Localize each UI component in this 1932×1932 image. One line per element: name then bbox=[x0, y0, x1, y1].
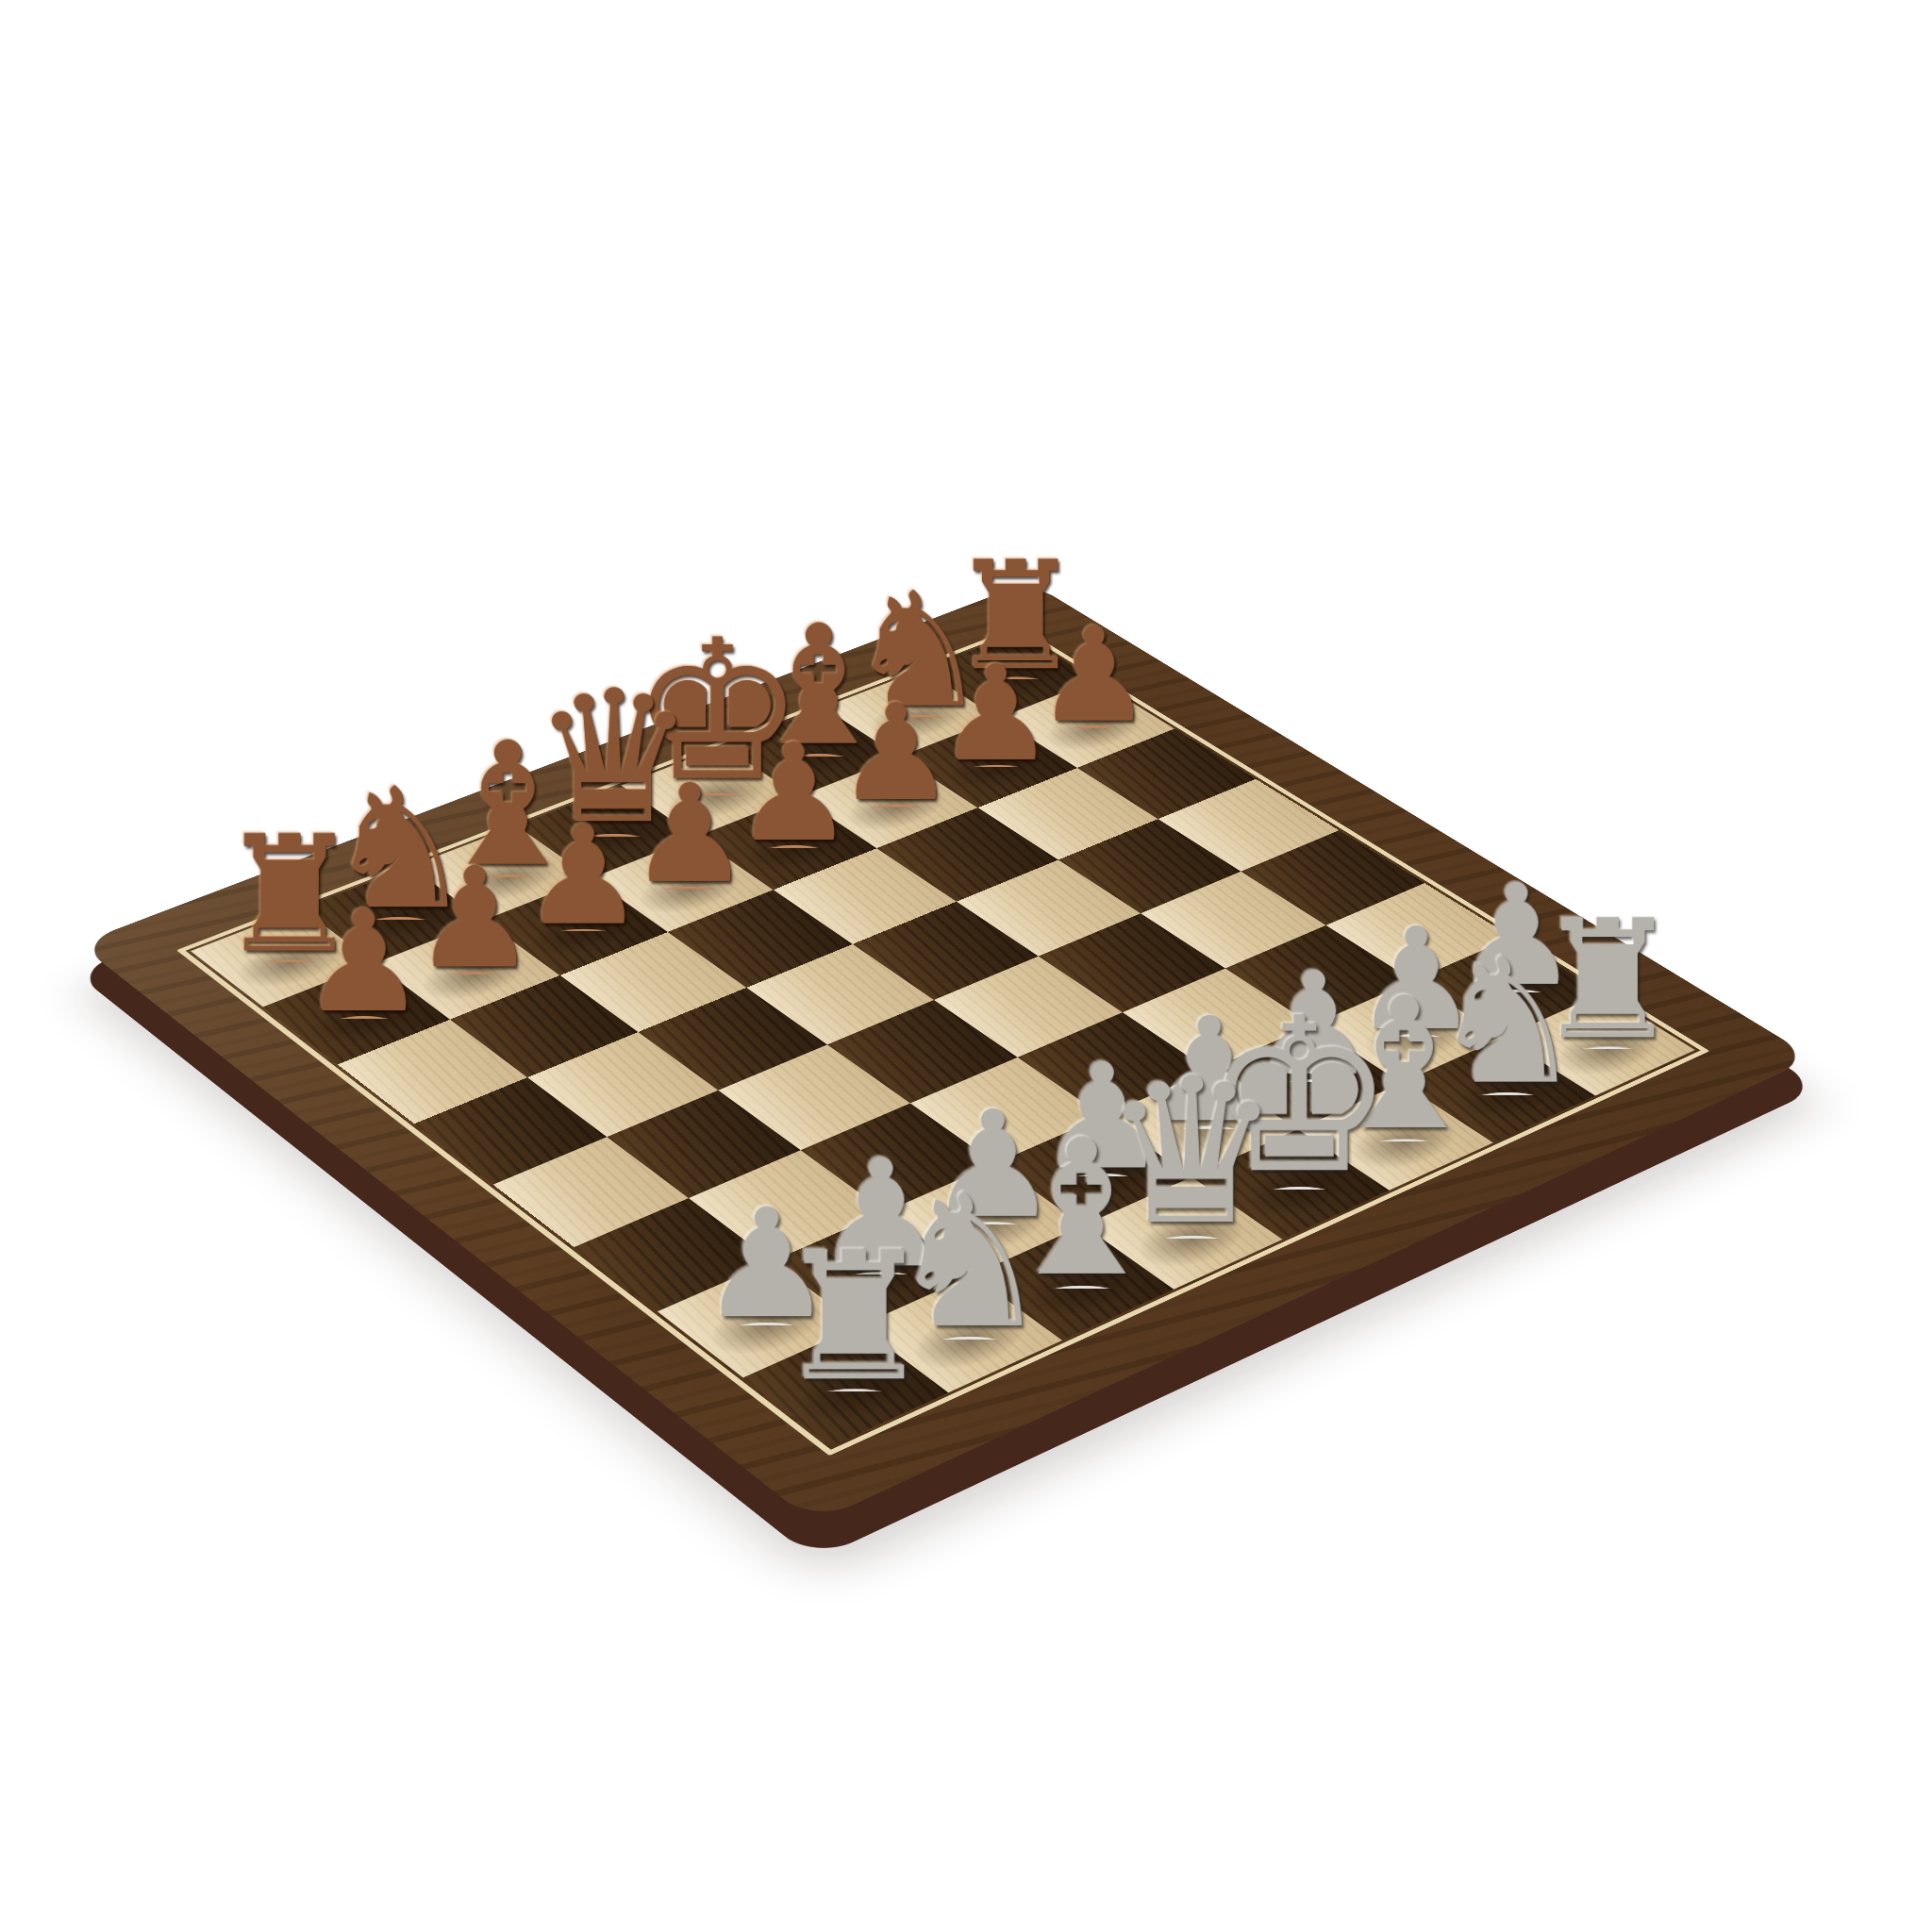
chess-scene: ♜♞♝♛♚♝♞♜♟♟♟♟♟♟♟♟♟♟♟♟♟♟♟♟♜♞♝♛♚♝♞♜ bbox=[0, 0, 1932, 1932]
square-a1[interactable]: ♜ bbox=[743, 1326, 948, 1446]
board-field: ♜♞♝♛♚♝♞♜♟♟♟♟♟♟♟♟♟♟♟♟♟♟♟♟♜♞♝♛♚♝♞♜ bbox=[191, 632, 1695, 1446]
product-photo: ♜♞♝♛♚♝♞♜♟♟♟♟♟♟♟♟♟♟♟♟♟♟♟♟♜♞♝♛♚♝♞♜ bbox=[0, 0, 1932, 1932]
piece-glyph: ♜ bbox=[751, 1229, 958, 1407]
piece-glyph: ♟ bbox=[269, 892, 458, 1033]
chess-board: ♜♞♝♛♚♝♞♜♟♟♟♟♟♟♟♟♟♟♟♟♟♟♟♟♜♞♝♛♚♝♞♜ bbox=[78, 582, 1813, 1524]
